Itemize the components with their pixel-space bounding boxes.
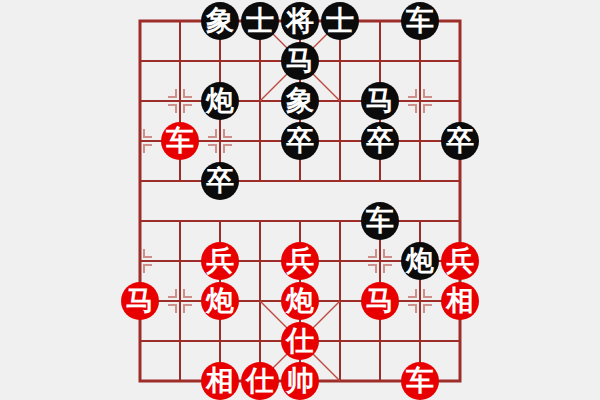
- piece-black-chariot[interactable]: 车: [361, 202, 399, 240]
- piece-black-cannon[interactable]: 炮: [201, 82, 239, 120]
- piece-black-horse[interactable]: 马: [281, 42, 319, 80]
- piece-red-soldier[interactable]: 兵: [441, 242, 479, 280]
- piece-red-soldier[interactable]: 兵: [281, 242, 319, 280]
- piece-black-soldier[interactable]: 卒: [281, 122, 319, 160]
- xiangqi-board: 象士将士车马炮象马卒卒卒卒车炮车兵兵兵马炮炮马相仕相仕帅车: [120, 1, 480, 400]
- piece-black-elephant[interactable]: 象: [201, 2, 239, 40]
- piece-black-advisor[interactable]: 士: [241, 2, 279, 40]
- piece-black-soldier[interactable]: 卒: [441, 122, 479, 160]
- piece-black-elephant[interactable]: 象: [281, 82, 319, 120]
- piece-red-advisor[interactable]: 仕: [281, 322, 319, 360]
- piece-red-soldier[interactable]: 兵: [201, 242, 239, 280]
- piece-black-soldier[interactable]: 卒: [201, 162, 239, 200]
- piece-red-advisor[interactable]: 仕: [241, 362, 279, 400]
- piece-red-horse[interactable]: 马: [121, 282, 159, 320]
- piece-black-horse[interactable]: 马: [361, 82, 399, 120]
- piece-black-general[interactable]: 将: [281, 2, 319, 40]
- piece-black-cannon[interactable]: 炮: [401, 242, 439, 280]
- piece-red-general[interactable]: 帅: [281, 362, 319, 400]
- piece-black-chariot[interactable]: 车: [401, 2, 439, 40]
- piece-red-elephant[interactable]: 相: [201, 362, 239, 400]
- piece-red-chariot[interactable]: 车: [161, 122, 199, 160]
- piece-black-advisor[interactable]: 士: [321, 2, 359, 40]
- piece-red-cannon[interactable]: 炮: [201, 282, 239, 320]
- board-area: 象士将士车马炮象马卒卒卒卒车炮车兵兵兵马炮炮马相仕相仕帅车: [0, 0, 600, 400]
- piece-red-cannon[interactable]: 炮: [281, 282, 319, 320]
- piece-red-elephant[interactable]: 相: [441, 282, 479, 320]
- piece-red-horse[interactable]: 马: [361, 282, 399, 320]
- piece-red-chariot[interactable]: 车: [401, 362, 439, 400]
- piece-black-soldier[interactable]: 卒: [361, 122, 399, 160]
